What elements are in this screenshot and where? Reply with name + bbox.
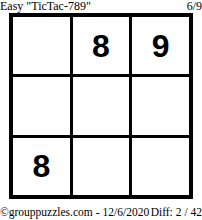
cell-r0c1[interactable]: 8 [73,17,130,74]
footer: ©grouppuzzles.com - 12/6/2020 Diff: 2 / … [0,204,202,219]
puzzle-date: 12/6/2020 [103,205,150,219]
footer-left: ©grouppuzzles.com - 12/6/2020 [0,205,149,219]
cell-r0c0[interactable] [13,17,70,74]
footer-right: Diff: 2 / 42 [151,205,202,219]
cell-r2c2[interactable] [132,138,189,195]
cell-r1c0[interactable] [13,77,70,134]
header: Easy "TicTac-789" 6/9 [0,0,202,13]
cell-r2c0[interactable]: 8 [13,138,70,195]
cell-r1c2[interactable] [132,77,189,134]
puzzle-board: 898 [9,13,193,199]
cell-r1c1[interactable] [73,77,130,134]
copyright-text: ©grouppuzzles.com [0,205,93,219]
progress-counter: 6/9 [187,0,202,12]
cell-r0c2[interactable]: 9 [132,17,189,74]
difficulty-label: Diff: [151,205,173,219]
footer-separator: - [96,205,100,219]
cell-r2c1[interactable] [73,138,130,195]
puzzle-title: Easy "TicTac-789" [0,0,91,12]
difficulty-value: 2 / 42 [176,205,202,219]
